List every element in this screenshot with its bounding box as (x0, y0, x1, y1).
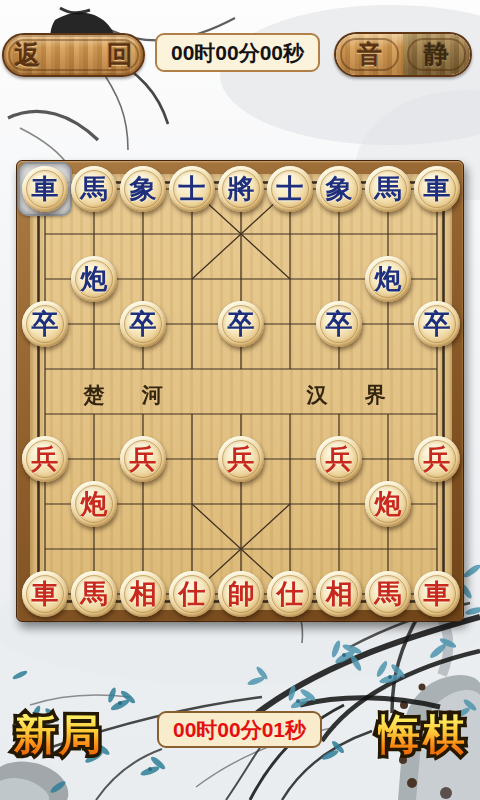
piece-black-卒-c6r3[interactable]: 卒 (316, 301, 362, 347)
piece-black-卒-c0r3[interactable]: 卒 (22, 301, 68, 347)
piece-red-馬-c7r9[interactable]: 馬 (365, 571, 411, 617)
black-timer: 00时00分00秒 (155, 33, 320, 72)
piece-glyph: 馬 (71, 571, 117, 617)
new-game-button[interactable]: 新局 新局 (6, 709, 112, 761)
xiangqi-board[interactable]: 楚 河 汉 界 車馬象士將士象馬車炮炮卒卒卒卒卒兵兵兵兵兵炮炮車馬相仕帥仕相馬車 (30, 174, 452, 610)
sound-on-label: 音 (357, 38, 382, 71)
piece-glyph: 卒 (218, 301, 264, 347)
sound-off-segment[interactable]: 静 (403, 34, 470, 75)
undo-label: 悔棋 (378, 714, 468, 756)
river-label-chu-he: 楚 河 (58, 381, 188, 411)
red-timer-text: 00时00分01秒 (173, 716, 306, 744)
piece-glyph: 車 (22, 166, 68, 212)
piece-red-兵-c4r6[interactable]: 兵 (218, 436, 264, 482)
piece-glyph: 炮 (71, 481, 117, 527)
piece-glyph: 卒 (120, 301, 166, 347)
board-frame: 楚 河 汉 界 車馬象士將士象馬車炮炮卒卒卒卒卒兵兵兵兵兵炮炮車馬相仕帥仕相馬車 (16, 160, 464, 622)
piece-black-卒-c4r3[interactable]: 卒 (218, 301, 264, 347)
piece-glyph: 兵 (316, 436, 362, 482)
piece-black-卒-c8r3[interactable]: 卒 (414, 301, 460, 347)
piece-glyph: 炮 (71, 256, 117, 302)
piece-glyph: 象 (316, 166, 362, 212)
sound-off-label: 静 (424, 38, 449, 71)
piece-red-相-c6r9[interactable]: 相 (316, 571, 362, 617)
piece-red-炮-c7r7[interactable]: 炮 (365, 481, 411, 527)
piece-black-象-c6r0[interactable]: 象 (316, 166, 362, 212)
red-timer: 00时00分01秒 (157, 711, 322, 748)
piece-black-炮-c1r2[interactable]: 炮 (71, 256, 117, 302)
piece-glyph: 卒 (414, 301, 460, 347)
piece-red-帥-c4r9[interactable]: 帥 (218, 571, 264, 617)
back-button-label: 返 回 (14, 38, 163, 73)
piece-black-將-c4r0[interactable]: 將 (218, 166, 264, 212)
piece-black-馬-c1r0[interactable]: 馬 (71, 166, 117, 212)
piece-glyph: 炮 (365, 256, 411, 302)
piece-glyph: 將 (218, 166, 264, 212)
piece-glyph: 車 (414, 166, 460, 212)
piece-red-車-c0r9[interactable]: 車 (22, 571, 68, 617)
piece-glyph: 帥 (218, 571, 264, 617)
piece-glyph: 馬 (365, 166, 411, 212)
piece-glyph: 兵 (414, 436, 460, 482)
piece-red-馬-c1r9[interactable]: 馬 (71, 571, 117, 617)
piece-glyph: 相 (316, 571, 362, 617)
piece-red-兵-c8r6[interactable]: 兵 (414, 436, 460, 482)
piece-glyph: 兵 (218, 436, 264, 482)
piece-red-仕-c3r9[interactable]: 仕 (169, 571, 215, 617)
piece-glyph: 車 (22, 571, 68, 617)
piece-glyph: 相 (120, 571, 166, 617)
piece-black-車-c8r0[interactable]: 車 (414, 166, 460, 212)
piece-glyph: 仕 (267, 571, 313, 617)
xiangqi-game-screen: { "game": "xiangqi (Chinese chess)", "po… (0, 0, 480, 800)
piece-glyph: 象 (120, 166, 166, 212)
undo-button[interactable]: 悔棋 悔棋 (370, 709, 476, 761)
black-timer-text: 00时00分00秒 (171, 39, 304, 67)
piece-black-馬-c7r0[interactable]: 馬 (365, 166, 411, 212)
piece-glyph: 馬 (365, 571, 411, 617)
piece-red-車-c8r9[interactable]: 車 (414, 571, 460, 617)
piece-glyph: 馬 (71, 166, 117, 212)
piece-glyph: 兵 (120, 436, 166, 482)
piece-glyph: 士 (267, 166, 313, 212)
piece-glyph: 車 (414, 571, 460, 617)
piece-red-相-c2r9[interactable]: 相 (120, 571, 166, 617)
piece-red-兵-c0r6[interactable]: 兵 (22, 436, 68, 482)
piece-glyph: 卒 (316, 301, 362, 347)
piece-black-車-c0r0[interactable]: 車 (22, 166, 68, 212)
sound-on-segment[interactable]: 音 (336, 34, 403, 75)
piece-glyph: 炮 (365, 481, 411, 527)
piece-glyph: 卒 (22, 301, 68, 347)
piece-black-士-c5r0[interactable]: 士 (267, 166, 313, 212)
piece-black-炮-c7r2[interactable]: 炮 (365, 256, 411, 302)
piece-red-炮-c1r7[interactable]: 炮 (71, 481, 117, 527)
piece-black-象-c2r0[interactable]: 象 (120, 166, 166, 212)
sound-toggle[interactable]: 音 静 (334, 32, 472, 77)
back-button[interactable]: 返 回 (2, 33, 145, 77)
piece-red-兵-c2r6[interactable]: 兵 (120, 436, 166, 482)
piece-glyph: 仕 (169, 571, 215, 617)
piece-red-仕-c5r9[interactable]: 仕 (267, 571, 313, 617)
piece-glyph: 士 (169, 166, 215, 212)
piece-black-士-c3r0[interactable]: 士 (169, 166, 215, 212)
piece-black-卒-c2r3[interactable]: 卒 (120, 301, 166, 347)
piece-red-兵-c6r6[interactable]: 兵 (316, 436, 362, 482)
new-game-label: 新局 (14, 714, 104, 756)
river-label-han-jie: 汉 界 (281, 381, 411, 411)
piece-glyph: 兵 (22, 436, 68, 482)
